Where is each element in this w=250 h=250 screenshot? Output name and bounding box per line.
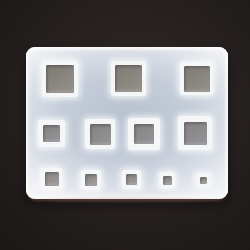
cavity-well bbox=[115, 65, 142, 92]
mold-cavity-medium-2 bbox=[85, 119, 115, 149]
mold-cavity-medium-3 bbox=[128, 118, 160, 150]
cavity-well bbox=[90, 124, 111, 145]
cavity-well bbox=[200, 177, 207, 184]
cavity-well bbox=[45, 172, 59, 186]
silicone-mold bbox=[26, 47, 228, 199]
mold-cavity-small-2 bbox=[81, 170, 101, 190]
cavity-well bbox=[43, 125, 60, 142]
cavity-well bbox=[163, 176, 172, 185]
mold-cavity-small-5 bbox=[196, 173, 210, 187]
cavity-well bbox=[126, 174, 137, 185]
cavity-well bbox=[46, 65, 74, 93]
cavity-well bbox=[184, 122, 207, 145]
cavity-well bbox=[184, 66, 210, 92]
mold-cavity-large-3 bbox=[180, 62, 213, 95]
mold-cavity-small-1 bbox=[41, 168, 62, 189]
mold-cavity-large-1 bbox=[42, 61, 78, 97]
cavity-well bbox=[134, 124, 154, 144]
cavity-well bbox=[85, 174, 97, 186]
mold-cavity-small-3 bbox=[122, 170, 141, 189]
mold-cavity-medium-1 bbox=[38, 120, 65, 147]
mold-cavity-large-2 bbox=[111, 61, 146, 96]
mold-cavity-medium-4 bbox=[178, 116, 212, 150]
photo-background bbox=[0, 0, 250, 250]
mold-cavity-small-4 bbox=[159, 172, 175, 188]
